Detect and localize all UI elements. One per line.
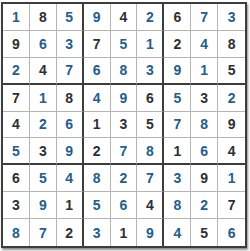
sudoku-cell-r6c1[interactable]: 5 <box>3 138 30 165</box>
sudoku-cell-r8c1[interactable]: 3 <box>3 192 30 219</box>
sudoku-cell-r6c6[interactable]: 8 <box>137 138 164 165</box>
sudoku-cell-r8c9[interactable]: 7 <box>218 192 245 219</box>
sudoku-cell-r8c7[interactable]: 8 <box>164 192 191 219</box>
sudoku-cell-r7c7[interactable]: 3 <box>164 165 191 192</box>
sudoku-cell-r4c5[interactable]: 9 <box>111 85 138 112</box>
sudoku-cell-r2c8[interactable]: 4 <box>191 31 218 58</box>
sudoku-cell-r1c2[interactable]: 8 <box>30 4 57 31</box>
sudoku-cell-r5c1[interactable]: 4 <box>3 112 30 139</box>
sudoku-cell-r3c1[interactable]: 2 <box>3 58 30 85</box>
sudoku-cell-r6c5[interactable]: 7 <box>111 138 138 165</box>
sudoku-page: 1859426739637512482476839157184965324261… <box>0 0 250 251</box>
sudoku-cell-r1c7[interactable]: 6 <box>164 4 191 31</box>
sudoku-cell-r9c3[interactable]: 2 <box>57 219 84 246</box>
sudoku-cell-r2c9[interactable]: 8 <box>218 31 245 58</box>
sudoku-cell-r6c2[interactable]: 3 <box>30 138 57 165</box>
sudoku-cell-r1c5[interactable]: 4 <box>111 4 138 31</box>
sudoku-cell-r7c1[interactable]: 6 <box>3 165 30 192</box>
sudoku-cell-r9c8[interactable]: 5 <box>191 219 218 246</box>
sudoku-cell-r3c2[interactable]: 4 <box>30 58 57 85</box>
sudoku-cell-r7c3[interactable]: 4 <box>57 165 84 192</box>
sudoku-cell-r8c4[interactable]: 5 <box>84 192 111 219</box>
sudoku-cell-r5c2[interactable]: 2 <box>30 112 57 139</box>
sudoku-cell-r4c2[interactable]: 1 <box>30 85 57 112</box>
sudoku-cell-r2c4[interactable]: 7 <box>84 31 111 58</box>
sudoku-cell-r8c8[interactable]: 2 <box>191 192 218 219</box>
sudoku-cell-r3c7[interactable]: 9 <box>164 58 191 85</box>
sudoku-cell-r8c3[interactable]: 1 <box>57 192 84 219</box>
sudoku-cell-r5c9[interactable]: 9 <box>218 112 245 139</box>
sudoku-cell-r1c4[interactable]: 9 <box>84 4 111 31</box>
sudoku-cell-r2c2[interactable]: 6 <box>30 31 57 58</box>
sudoku-cell-r9c5[interactable]: 1 <box>111 219 138 246</box>
sudoku-cell-r4c3[interactable]: 8 <box>57 85 84 112</box>
sudoku-cell-r8c5[interactable]: 6 <box>111 192 138 219</box>
sudoku-cell-r3c8[interactable]: 1 <box>191 58 218 85</box>
sudoku-cell-r3c4[interactable]: 6 <box>84 58 111 85</box>
sudoku-cell-r7c5[interactable]: 2 <box>111 165 138 192</box>
sudoku-cell-r2c7[interactable]: 2 <box>164 31 191 58</box>
sudoku-cell-r2c3[interactable]: 3 <box>57 31 84 58</box>
sudoku-cell-r6c7[interactable]: 1 <box>164 138 191 165</box>
sudoku-cell-r8c6[interactable]: 4 <box>137 192 164 219</box>
sudoku-cell-r9c2[interactable]: 7 <box>30 219 57 246</box>
sudoku-cell-r4c1[interactable]: 7 <box>3 85 30 112</box>
sudoku-cell-r9c1[interactable]: 8 <box>3 219 30 246</box>
sudoku-cell-r2c6[interactable]: 1 <box>137 31 164 58</box>
sudoku-cell-r9c7[interactable]: 4 <box>164 219 191 246</box>
sudoku-cell-r4c4[interactable]: 4 <box>84 85 111 112</box>
sudoku-cell-r3c9[interactable]: 5 <box>218 58 245 85</box>
sudoku-cell-r5c3[interactable]: 6 <box>57 112 84 139</box>
sudoku-cell-r4c8[interactable]: 3 <box>191 85 218 112</box>
sudoku-cell-r9c6[interactable]: 9 <box>137 219 164 246</box>
sudoku-cell-r3c3[interactable]: 7 <box>57 58 84 85</box>
sudoku-cell-r4c9[interactable]: 2 <box>218 85 245 112</box>
sudoku-cell-r9c4[interactable]: 3 <box>84 219 111 246</box>
sudoku-cell-r6c9[interactable]: 4 <box>218 138 245 165</box>
sudoku-board: 1859426739637512482476839157184965324261… <box>1 2 247 248</box>
sudoku-cell-r6c3[interactable]: 9 <box>57 138 84 165</box>
sudoku-cell-r8c2[interactable]: 9 <box>30 192 57 219</box>
sudoku-cell-r2c1[interactable]: 9 <box>3 31 30 58</box>
sudoku-cell-r1c1[interactable]: 1 <box>3 4 30 31</box>
sudoku-cell-r5c7[interactable]: 7 <box>164 112 191 139</box>
sudoku-cell-r5c6[interactable]: 5 <box>137 112 164 139</box>
sudoku-cell-r6c8[interactable]: 6 <box>191 138 218 165</box>
sudoku-cell-r1c9[interactable]: 3 <box>218 4 245 31</box>
sudoku-cell-r7c6[interactable]: 7 <box>137 165 164 192</box>
sudoku-cell-r4c6[interactable]: 6 <box>137 85 164 112</box>
sudoku-cell-r2c5[interactable]: 5 <box>111 31 138 58</box>
sudoku-cell-r7c4[interactable]: 8 <box>84 165 111 192</box>
sudoku-cell-r3c5[interactable]: 8 <box>111 58 138 85</box>
sudoku-cell-r7c8[interactable]: 9 <box>191 165 218 192</box>
sudoku-cell-r5c4[interactable]: 1 <box>84 112 111 139</box>
sudoku-cell-r1c6[interactable]: 2 <box>137 4 164 31</box>
sudoku-cell-r4c7[interactable]: 5 <box>164 85 191 112</box>
sudoku-cell-r7c9[interactable]: 1 <box>218 165 245 192</box>
sudoku-cell-r3c6[interactable]: 3 <box>137 58 164 85</box>
sudoku-cell-r9c9[interactable]: 6 <box>218 219 245 246</box>
sudoku-cell-r7c2[interactable]: 5 <box>30 165 57 192</box>
sudoku-cell-r5c5[interactable]: 3 <box>111 112 138 139</box>
sudoku-cell-r1c3[interactable]: 5 <box>57 4 84 31</box>
sudoku-cell-r5c8[interactable]: 8 <box>191 112 218 139</box>
sudoku-cell-r6c4[interactable]: 2 <box>84 138 111 165</box>
sudoku-cell-r1c8[interactable]: 7 <box>191 4 218 31</box>
